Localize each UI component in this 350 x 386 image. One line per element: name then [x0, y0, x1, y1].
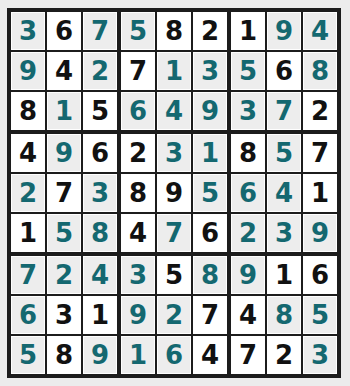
- cell-r8c3[interactable]: 1: [83, 296, 117, 334]
- cell-r9c1[interactable]: 5: [11, 336, 45, 374]
- cell-r3c3[interactable]: 5: [83, 92, 117, 130]
- cell-r3c7[interactable]: 3: [231, 92, 265, 130]
- cell-r7c6[interactable]: 8: [193, 256, 227, 294]
- cell-r5c9[interactable]: 1: [303, 174, 337, 212]
- cell-r1c2[interactable]: 6: [47, 12, 81, 50]
- cell-r7c4[interactable]: 3: [121, 256, 155, 294]
- cell-r2c9[interactable]: 8: [303, 52, 337, 90]
- cell-r2c2[interactable]: 4: [47, 52, 81, 90]
- cell-r9c5[interactable]: 6: [157, 336, 191, 374]
- cell-r2c5[interactable]: 1: [157, 52, 191, 90]
- cell-r6c1[interactable]: 1: [11, 214, 45, 252]
- cell-r9c7[interactable]: 7: [231, 336, 265, 374]
- cell-r3c2[interactable]: 1: [47, 92, 81, 130]
- cell-r4c9[interactable]: 7: [303, 134, 337, 172]
- cell-r1c8[interactable]: 9: [267, 12, 301, 50]
- cell-r4c8[interactable]: 5: [267, 134, 301, 172]
- cell-r8c7[interactable]: 4: [231, 296, 265, 334]
- cell-r3c9[interactable]: 2: [303, 92, 337, 130]
- cell-r2c8[interactable]: 6: [267, 52, 301, 90]
- cell-r1c7[interactable]: 1: [231, 12, 265, 50]
- cell-r5c4[interactable]: 8: [121, 174, 155, 212]
- cell-r9c2[interactable]: 8: [47, 336, 81, 374]
- cell-r6c8[interactable]: 3: [267, 214, 301, 252]
- cell-r5c6[interactable]: 5: [193, 174, 227, 212]
- cell-r4c6[interactable]: 1: [193, 134, 227, 172]
- cell-r7c5[interactable]: 5: [157, 256, 191, 294]
- cell-r4c7[interactable]: 8: [231, 134, 265, 172]
- sudoku-grid: 3675821949427135688156493724962318572738…: [7, 8, 341, 378]
- cell-r2c6[interactable]: 3: [193, 52, 227, 90]
- cell-r6c9[interactable]: 9: [303, 214, 337, 252]
- cell-r9c9[interactable]: 3: [303, 336, 337, 374]
- cell-r9c8[interactable]: 2: [267, 336, 301, 374]
- cell-r5c5[interactable]: 9: [157, 174, 191, 212]
- cell-r6c6[interactable]: 6: [193, 214, 227, 252]
- cell-r8c9[interactable]: 5: [303, 296, 337, 334]
- cell-r4c4[interactable]: 2: [121, 134, 155, 172]
- cell-r6c2[interactable]: 5: [47, 214, 81, 252]
- cell-r3c6[interactable]: 9: [193, 92, 227, 130]
- cell-r7c7[interactable]: 9: [231, 256, 265, 294]
- cell-r1c1[interactable]: 3: [11, 12, 45, 50]
- cell-r4c1[interactable]: 4: [11, 134, 45, 172]
- cell-r5c8[interactable]: 4: [267, 174, 301, 212]
- cell-r1c4[interactable]: 5: [121, 12, 155, 50]
- cell-r6c7[interactable]: 2: [231, 214, 265, 252]
- cell-r9c3[interactable]: 9: [83, 336, 117, 374]
- cell-r1c3[interactable]: 7: [83, 12, 117, 50]
- cell-r5c1[interactable]: 2: [11, 174, 45, 212]
- cell-r8c2[interactable]: 3: [47, 296, 81, 334]
- cell-r3c1[interactable]: 8: [11, 92, 45, 130]
- cell-r1c9[interactable]: 4: [303, 12, 337, 50]
- cell-r8c5[interactable]: 2: [157, 296, 191, 334]
- cell-r7c8[interactable]: 1: [267, 256, 301, 294]
- cell-r4c2[interactable]: 9: [47, 134, 81, 172]
- cell-r7c3[interactable]: 4: [83, 256, 117, 294]
- cell-r8c1[interactable]: 6: [11, 296, 45, 334]
- cell-r3c5[interactable]: 4: [157, 92, 191, 130]
- cell-r2c3[interactable]: 2: [83, 52, 117, 90]
- cell-r9c4[interactable]: 1: [121, 336, 155, 374]
- cell-r6c5[interactable]: 7: [157, 214, 191, 252]
- cell-r2c4[interactable]: 7: [121, 52, 155, 90]
- cell-r7c2[interactable]: 2: [47, 256, 81, 294]
- cell-r4c3[interactable]: 6: [83, 134, 117, 172]
- cell-r5c2[interactable]: 7: [47, 174, 81, 212]
- cell-r8c8[interactable]: 8: [267, 296, 301, 334]
- cell-r7c1[interactable]: 7: [11, 256, 45, 294]
- cell-r8c4[interactable]: 9: [121, 296, 155, 334]
- cell-r9c6[interactable]: 4: [193, 336, 227, 374]
- cell-r1c6[interactable]: 2: [193, 12, 227, 50]
- cell-r5c7[interactable]: 6: [231, 174, 265, 212]
- cell-r6c4[interactable]: 4: [121, 214, 155, 252]
- cell-r7c9[interactable]: 6: [303, 256, 337, 294]
- cell-r4c5[interactable]: 3: [157, 134, 191, 172]
- cell-r2c7[interactable]: 5: [231, 52, 265, 90]
- cell-r5c3[interactable]: 3: [83, 174, 117, 212]
- cell-r8c6[interactable]: 7: [193, 296, 227, 334]
- cell-r3c4[interactable]: 6: [121, 92, 155, 130]
- cell-r6c3[interactable]: 8: [83, 214, 117, 252]
- cell-r1c5[interactable]: 8: [157, 12, 191, 50]
- cell-r2c1[interactable]: 9: [11, 52, 45, 90]
- cell-r3c8[interactable]: 7: [267, 92, 301, 130]
